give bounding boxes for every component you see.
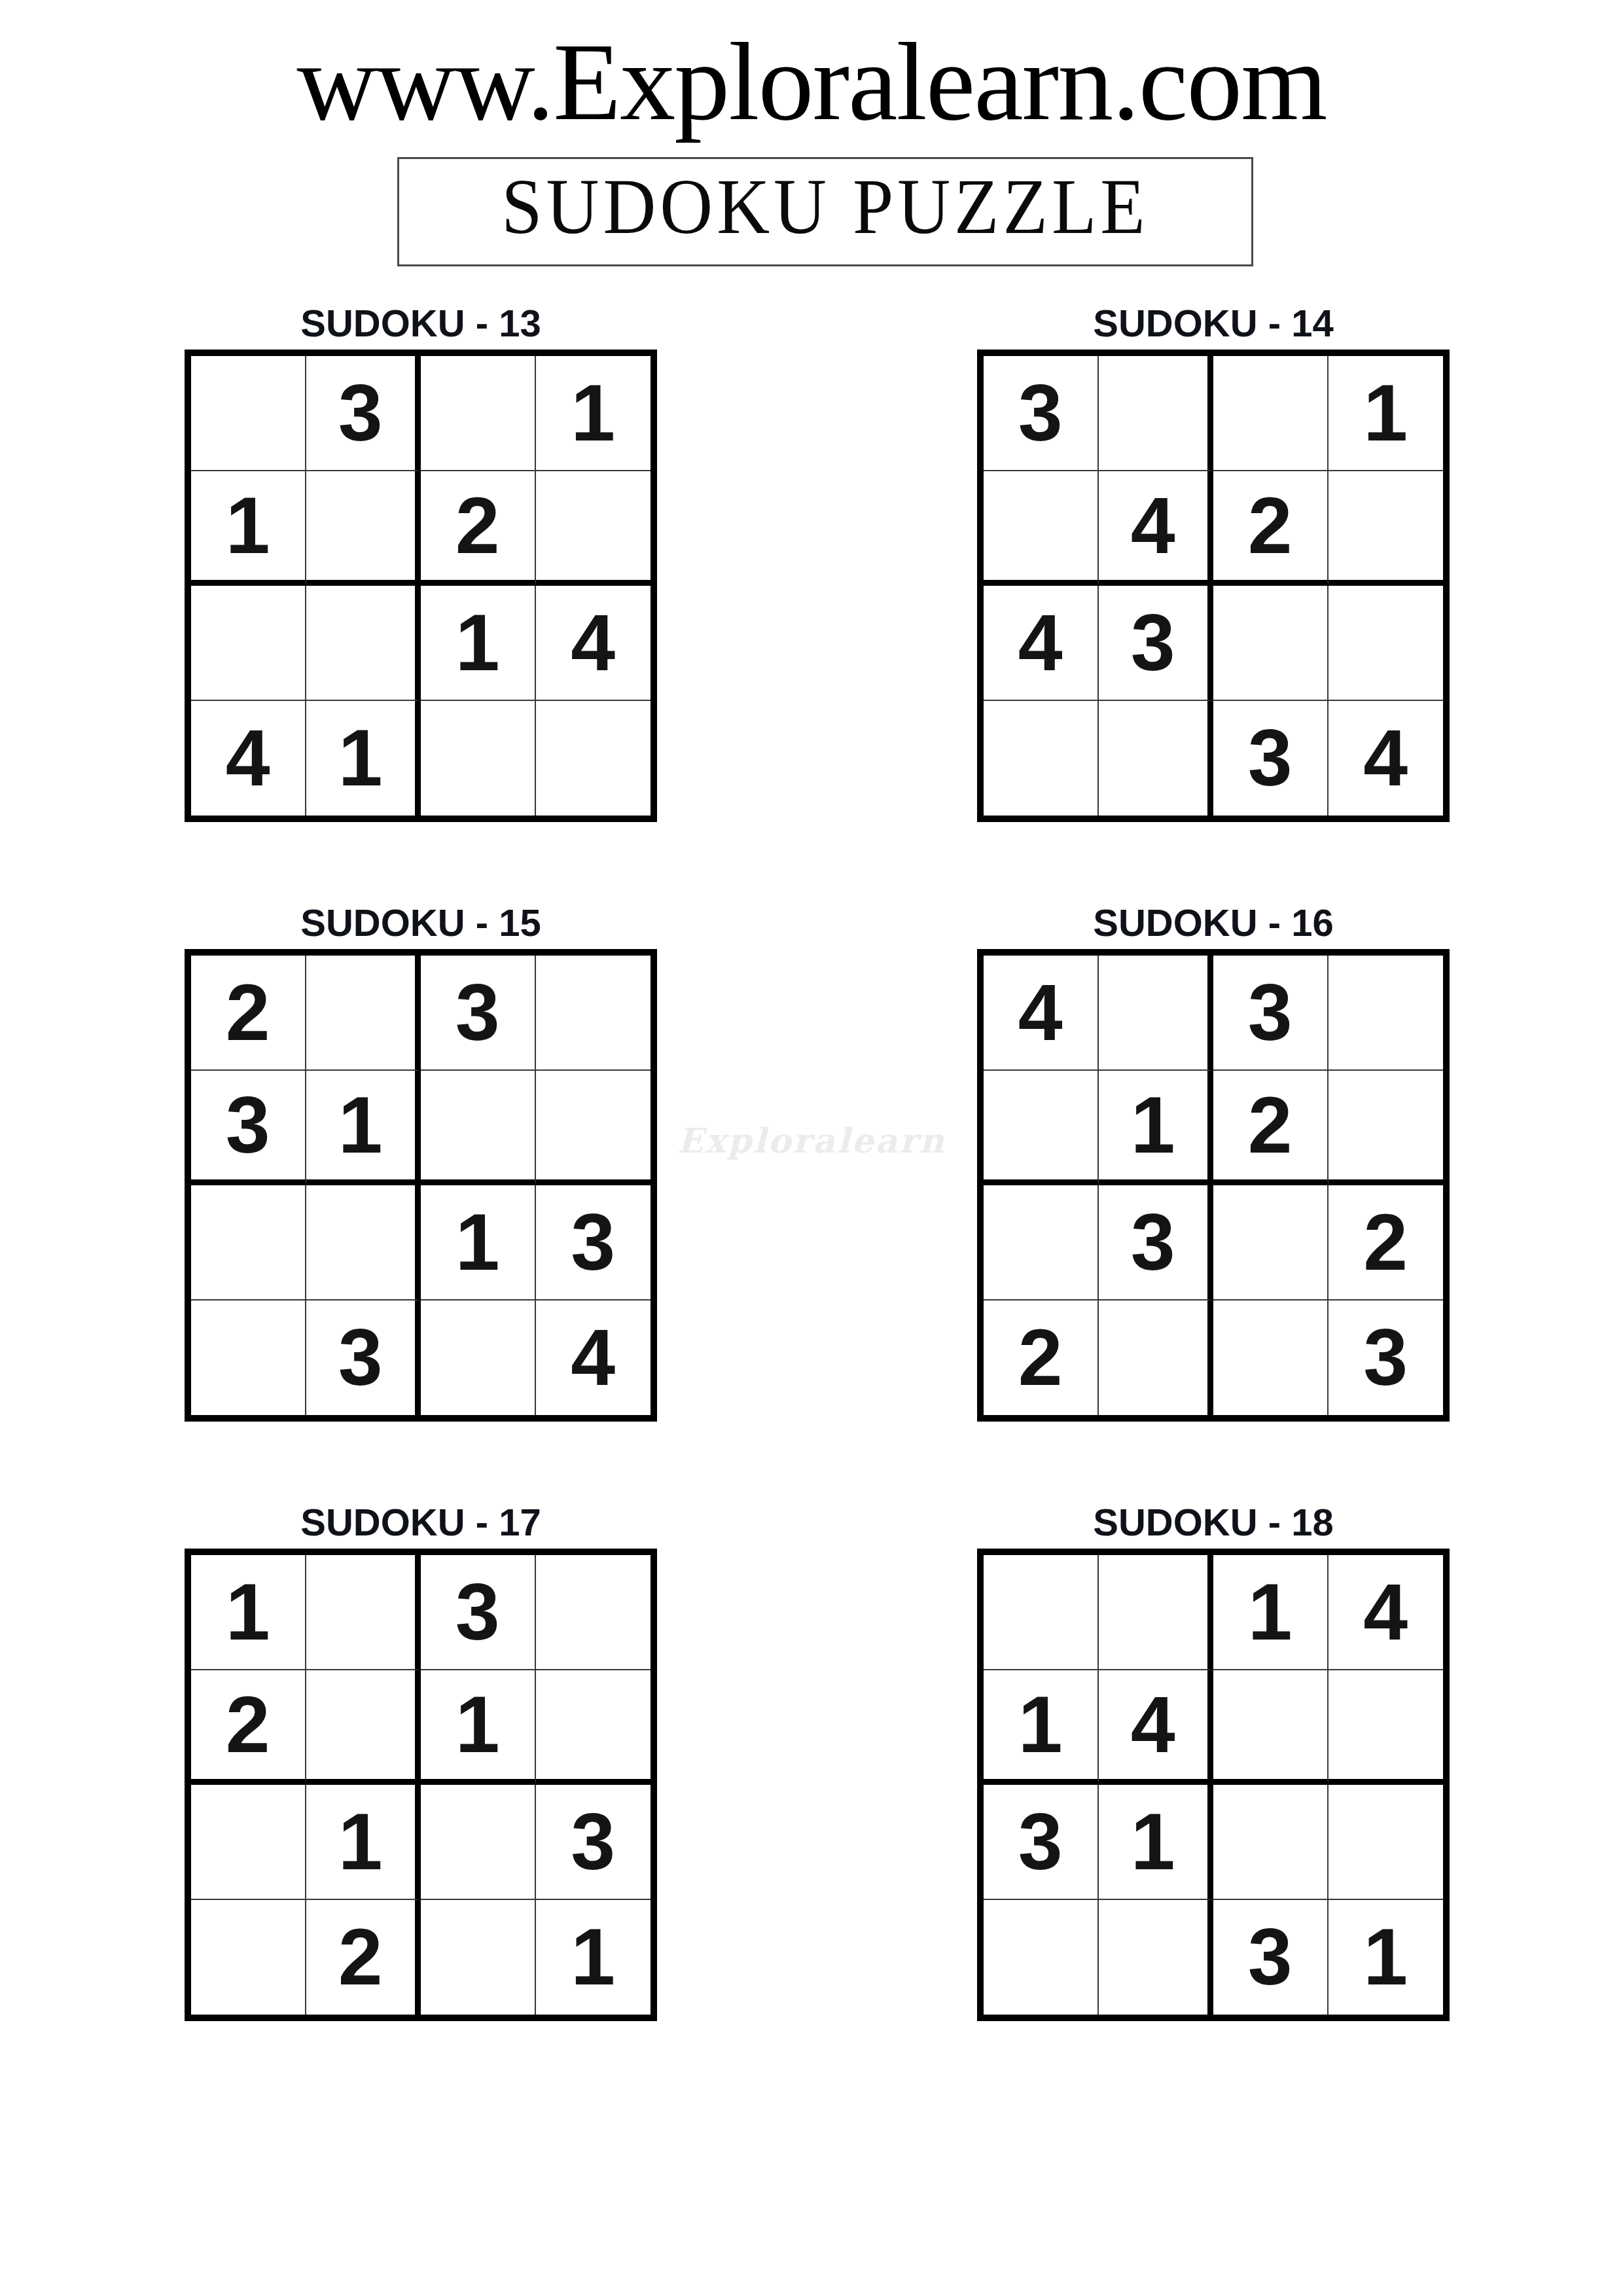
cell-r2c3: 2 [1213,471,1329,586]
cell-r4c1: 2 [984,1300,1099,1416]
puzzle-title: SUDOKU - 16 [977,901,1450,940]
cell-r3c3 [421,1785,536,1900]
cell-r3c4 [1329,1785,1444,1900]
cell-r4c4: 4 [1329,701,1444,816]
cell-r3c1 [984,1185,1099,1300]
cell-r1c1: 2 [191,956,306,1071]
cell-r1c4: 1 [536,356,651,471]
cell-r1c3 [421,356,536,471]
cell-r4c4: 1 [1329,1900,1444,2015]
cell-r2c4 [1329,1071,1444,1186]
cell-r4c4 [536,701,651,816]
puzzle-title: SUDOKU - 15 [185,901,657,940]
cell-r4c2 [1099,701,1214,816]
puzzle-sudoku-14: SUDOKU - 14 31424334 [977,301,1450,822]
cell-r1c2 [306,1555,421,1670]
cell-r1c2: 3 [306,356,421,471]
puzzle-sudoku-17: SUDOKU - 17 13211321 [185,1500,657,2021]
cell-r4c4: 1 [536,1900,651,2015]
cell-r1c4: 4 [1329,1555,1444,1670]
cell-r1c4 [536,1555,651,1670]
cell-r3c3 [1213,586,1329,701]
puzzle-title: SUDOKU - 17 [185,1500,657,1539]
cell-r4c2: 3 [306,1300,421,1416]
cell-r1c3 [1213,356,1329,471]
cell-r3c2: 1 [306,1785,421,1900]
cell-r2c3 [421,1071,536,1186]
cell-r1c1: 4 [984,956,1099,1071]
cell-r4c3: 3 [1213,1900,1329,2015]
cell-r1c2 [1099,1555,1214,1670]
cell-r1c3: 1 [1213,1555,1329,1670]
cell-r3c2: 3 [1099,586,1214,701]
cell-r1c2 [306,956,421,1071]
worksheet-page: www.Exploralearn.com SUDOKU PUZZLE Explo… [0,0,1623,2296]
cell-r4c1 [191,1900,306,2015]
cell-r3c4: 3 [536,1785,651,1900]
cell-r2c1: 1 [191,471,306,586]
puzzles-grid: SUDOKU - 13 31121441 SUDOKU - 14 3142433… [185,301,1450,2021]
cell-r2c3: 2 [1213,1071,1329,1186]
cell-r3c1 [191,1185,306,1300]
cell-r2c3: 1 [421,1670,536,1785]
cell-r4c3: 3 [1213,701,1329,816]
cell-r2c3 [1213,1670,1329,1785]
cell-r4c2: 1 [306,701,421,816]
puzzle-title: SUDOKU - 13 [185,301,657,340]
cell-r1c2 [1099,956,1214,1071]
cell-r3c3: 1 [421,586,536,701]
banner-box: SUDOKU PUZZLE [397,157,1253,266]
cell-r1c1 [191,356,306,471]
cell-r3c1 [191,586,306,701]
cell-r3c1: 3 [984,1785,1099,1900]
cell-r2c4 [536,1071,651,1186]
cell-r4c3 [421,1300,536,1416]
cell-r1c3: 3 [1213,956,1329,1071]
cell-r4c2: 2 [306,1900,421,2015]
cell-r3c3 [1213,1785,1329,1900]
cell-r3c2 [306,1185,421,1300]
cell-r3c4 [1329,586,1444,701]
sudoku-board-18: 14143131 [977,1549,1450,2021]
site-title: www.Exploralearn.com [0,18,1623,146]
cell-r2c2: 1 [1099,1071,1214,1186]
cell-r2c1 [984,1071,1099,1186]
cell-r2c4 [1329,471,1444,586]
cell-r4c3 [421,701,536,816]
cell-r1c1 [984,1555,1099,1670]
cell-r1c4: 1 [1329,356,1444,471]
puzzle-sudoku-15: SUDOKU - 15 23311334 [185,901,657,1422]
cell-r3c2 [306,586,421,701]
cell-r3c1: 4 [984,586,1099,701]
cell-r4c2 [1099,1300,1214,1416]
sudoku-board-14: 31424334 [977,350,1450,822]
cell-r3c3 [1213,1185,1329,1300]
cell-r4c1 [984,1900,1099,2015]
cell-r4c1: 4 [191,701,306,816]
cell-r4c3 [421,1900,536,2015]
cell-r2c2: 1 [306,1071,421,1186]
cell-r4c4: 3 [1329,1300,1444,1416]
cell-r1c1: 1 [191,1555,306,1670]
cell-r1c4 [1329,956,1444,1071]
cell-r2c4 [1329,1670,1444,1785]
cell-r3c4: 3 [536,1185,651,1300]
puzzle-title: SUDOKU - 14 [977,301,1450,340]
cell-r1c2 [1099,356,1214,471]
cell-r1c4 [536,956,651,1071]
puzzle-title: SUDOKU - 18 [977,1500,1450,1539]
cell-r3c1 [191,1785,306,1900]
cell-r2c1: 3 [191,1071,306,1186]
cell-r4c2 [1099,1900,1214,2015]
puzzle-sudoku-18: SUDOKU - 18 14143131 [977,1500,1450,2021]
cell-r1c3: 3 [421,1555,536,1670]
cell-r2c4 [536,471,651,586]
puzzle-sudoku-16: SUDOKU - 16 43123223 [977,901,1450,1422]
cell-r3c2: 3 [1099,1185,1214,1300]
banner-title: SUDOKU PUZZLE [501,161,1149,262]
cell-r2c2 [306,471,421,586]
sudoku-board-16: 43123223 [977,949,1450,1422]
cell-r3c3: 1 [421,1185,536,1300]
cell-r2c2: 4 [1099,1670,1214,1785]
cell-r3c4: 2 [1329,1185,1444,1300]
sudoku-board-15: 23311334 [185,949,657,1422]
cell-r4c3 [1213,1300,1329,1416]
cell-r2c2 [306,1670,421,1785]
cell-r2c4 [536,1670,651,1785]
sudoku-board-17: 13211321 [185,1549,657,2021]
puzzle-sudoku-13: SUDOKU - 13 31121441 [185,301,657,822]
cell-r1c1: 3 [984,356,1099,471]
cell-r2c1: 2 [191,1670,306,1785]
cell-r2c1 [984,471,1099,586]
cell-r4c4: 4 [536,1300,651,1416]
cell-r2c1: 1 [984,1670,1099,1785]
cell-r3c2: 1 [1099,1785,1214,1900]
cell-r3c4: 4 [536,586,651,701]
cell-r1c3: 3 [421,956,536,1071]
cell-r2c2: 4 [1099,471,1214,586]
cell-r4c1 [984,701,1099,816]
sudoku-board-13: 31121441 [185,350,657,822]
cell-r4c1 [191,1300,306,1416]
cell-r2c3: 2 [421,471,536,586]
